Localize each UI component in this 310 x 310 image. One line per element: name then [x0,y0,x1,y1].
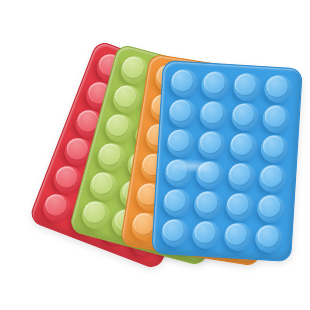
muffin-cavity [225,192,255,222]
cavity-grid [159,67,296,254]
muffin-cavity [258,164,288,194]
muffin-cavity [102,111,136,145]
muffin-cavity [232,72,262,102]
muffin-cavity [87,169,121,203]
muffin-cavity [196,160,226,190]
muffin-cavity [201,70,231,100]
muffin-cavity [110,82,144,116]
muffin-cavity [194,190,224,220]
muffin-cavity [231,102,261,132]
muffin-cavity [229,132,259,162]
muffin-cavity [255,224,285,254]
muffin-cavity [170,68,200,98]
muffin-cavity [162,188,192,218]
muffin-cavity [199,100,229,130]
muffin-cavity [164,158,194,188]
muffin-cavity [257,194,287,224]
muffin-cavity [227,162,257,192]
muffin-cavity [192,220,222,250]
muffin-cavity [166,128,196,158]
muffin-cavity [160,218,190,248]
muffin-cavity [262,104,292,134]
muffin-cavity [168,98,198,128]
muffin-cavity [260,134,290,164]
blue-muffin-mold-tray [151,60,303,262]
muffin-cavity [197,130,227,160]
product-photo-stage [0,0,310,310]
muffin-cavity [223,222,253,252]
muffin-cavity [94,140,128,174]
muffin-cavity [39,190,75,226]
muffin-cavity [264,74,294,104]
muffin-cavity [79,198,113,232]
